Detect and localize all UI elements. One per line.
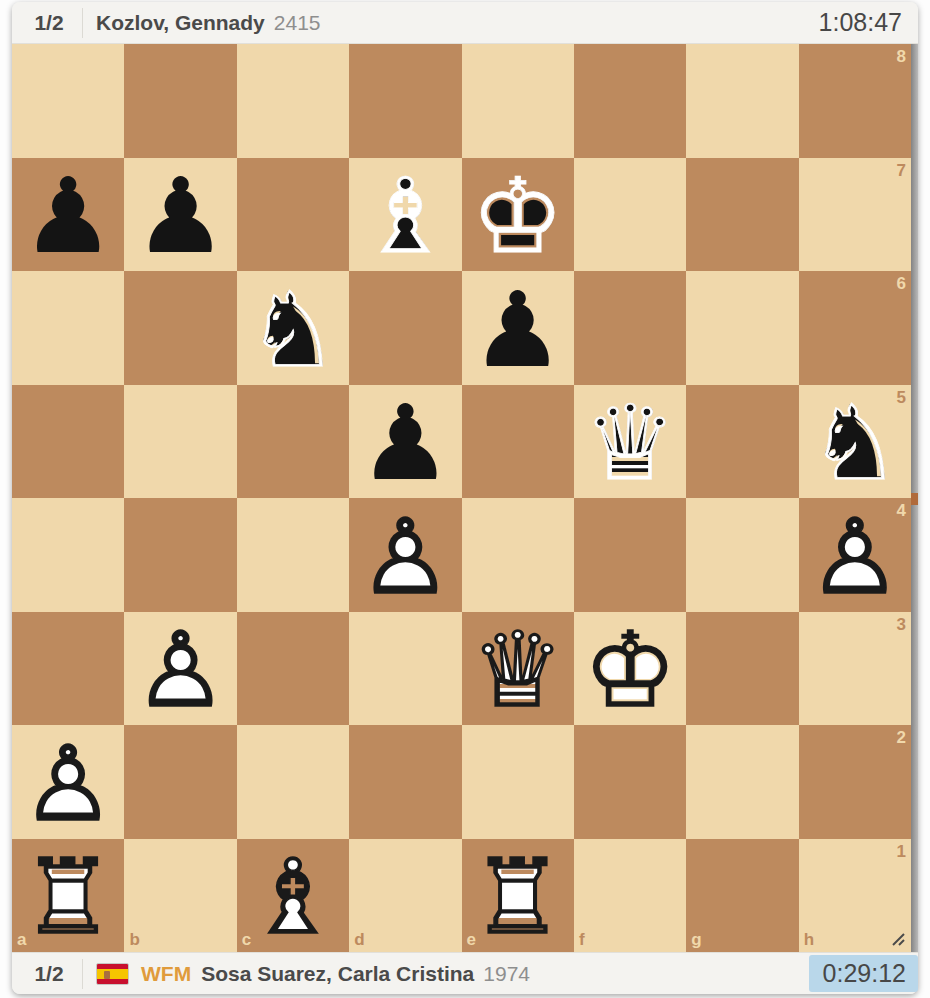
square-d3[interactable]: [349, 612, 461, 726]
square-a2[interactable]: ♟♙: [12, 725, 124, 839]
black-pawn: ♟: [462, 271, 574, 385]
file-label-b: b: [129, 931, 139, 948]
file-label-f: f: [579, 931, 585, 948]
bar-separator: [82, 8, 83, 38]
white-pawn: ♟♙: [124, 612, 236, 726]
square-h4[interactable]: 4♟♙: [799, 498, 911, 612]
black-queen: ♛♕: [574, 385, 686, 499]
square-e5[interactable]: [462, 385, 574, 499]
white-pawn: ♟♙: [349, 498, 461, 612]
square-a8[interactable]: [12, 44, 124, 158]
square-f5[interactable]: ♛♕: [574, 385, 686, 499]
square-f8[interactable]: [574, 44, 686, 158]
square-a6[interactable]: [12, 271, 124, 385]
top-player-name: Kozlov, Gennady: [96, 11, 265, 35]
scrollbar-marker-icon: [911, 493, 918, 505]
square-g1[interactable]: g: [686, 839, 798, 953]
square-d5[interactable]: ♟: [349, 385, 461, 499]
white-queen: ♛♕: [462, 612, 574, 726]
bottom-player-title: WFM: [141, 962, 191, 986]
square-e7[interactable]: ♚♔: [462, 158, 574, 272]
file-label-g: g: [691, 931, 701, 948]
square-h8[interactable]: 8: [799, 44, 911, 158]
square-f7[interactable]: [574, 158, 686, 272]
bottom-player-clock: 0:29:12: [809, 955, 918, 992]
square-b8[interactable]: [124, 44, 236, 158]
white-rook: ♜♖: [462, 839, 574, 953]
resize-handle-icon[interactable]: [890, 931, 906, 947]
square-c7[interactable]: [237, 158, 349, 272]
square-e8[interactable]: [462, 44, 574, 158]
square-h3[interactable]: 3: [799, 612, 911, 726]
square-b6[interactable]: [124, 271, 236, 385]
bar-separator: [82, 959, 83, 989]
square-h2[interactable]: 2: [799, 725, 911, 839]
square-e2[interactable]: [462, 725, 574, 839]
square-e6[interactable]: ♟: [462, 271, 574, 385]
square-b5[interactable]: [124, 385, 236, 499]
rank-label-7: 7: [897, 162, 906, 179]
square-f1[interactable]: f: [574, 839, 686, 953]
square-g5[interactable]: [686, 385, 798, 499]
black-king: ♚♔: [462, 158, 574, 272]
board-area: 8♟♟♝♗♚♔7♞♘♟6♟♛♕5♞♘♟♙4♟♙♟♙♛♕♚♔3♟♙2a♜♖bc♝♗…: [12, 44, 918, 952]
top-player-clock: 1:08:47: [811, 5, 910, 40]
bottom-player-rating: 1974: [483, 962, 530, 986]
square-c6[interactable]: ♞♘: [237, 271, 349, 385]
square-b3[interactable]: ♟♙: [124, 612, 236, 726]
black-bishop: ♝♗: [349, 158, 461, 272]
rank-label-2: 2: [897, 729, 906, 746]
square-e1[interactable]: e♜♖: [462, 839, 574, 953]
square-f3[interactable]: ♚♔: [574, 612, 686, 726]
square-d4[interactable]: ♟♙: [349, 498, 461, 612]
bottom-player-name: Sosa Suarez, Carla Cristina: [201, 962, 474, 986]
white-rook: ♜♖: [12, 839, 124, 953]
square-a4[interactable]: [12, 498, 124, 612]
square-d6[interactable]: [349, 271, 461, 385]
square-g2[interactable]: [686, 725, 798, 839]
square-a1[interactable]: a♜♖: [12, 839, 124, 953]
square-g7[interactable]: [686, 158, 798, 272]
square-d7[interactable]: ♝♗: [349, 158, 461, 272]
square-e3[interactable]: ♛♕: [462, 612, 574, 726]
square-h5[interactable]: 5♞♘: [799, 385, 911, 499]
top-player-rating: 2415: [274, 11, 321, 35]
white-bishop: ♝♗: [237, 839, 349, 953]
rank-label-3: 3: [897, 616, 906, 633]
square-c4[interactable]: [237, 498, 349, 612]
square-g3[interactable]: [686, 612, 798, 726]
square-b4[interactable]: [124, 498, 236, 612]
white-king: ♚♔: [574, 612, 686, 726]
square-a3[interactable]: [12, 612, 124, 726]
square-a7[interactable]: ♟: [12, 158, 124, 272]
square-a5[interactable]: [12, 385, 124, 499]
rank-label-6: 6: [897, 275, 906, 292]
black-pawn: ♟: [349, 385, 461, 499]
file-label-d: d: [354, 931, 364, 948]
chess-board[interactable]: 8♟♟♝♗♚♔7♞♘♟6♟♛♕5♞♘♟♙4♟♙♟♙♛♕♚♔3♟♙2a♜♖bc♝♗…: [12, 44, 911, 952]
square-d8[interactable]: [349, 44, 461, 158]
black-pawn: ♟: [12, 158, 124, 272]
top-player-bar: 1/2 Kozlov, Gennady 2415 1:08:47: [12, 2, 918, 44]
rank-label-8: 8: [897, 48, 906, 65]
bottom-player-score: 1/2: [26, 962, 72, 986]
bottom-player-bar: 1/2 WFM Sosa Suarez, Carla Cristina 1974…: [12, 952, 918, 994]
game-window: 1/2 Kozlov, Gennady 2415 1:08:47 8♟♟♝♗♚♔…: [12, 2, 918, 994]
square-d2[interactable]: [349, 725, 461, 839]
black-pawn: ♟: [124, 158, 236, 272]
square-c8[interactable]: [237, 44, 349, 158]
spain-flag-icon: [96, 963, 129, 985]
black-knight: ♞♘: [799, 385, 911, 499]
square-c1[interactable]: c♝♗: [237, 839, 349, 953]
square-f2[interactable]: [574, 725, 686, 839]
black-knight: ♞♘: [237, 271, 349, 385]
file-label-h: h: [804, 931, 814, 948]
square-b7[interactable]: ♟: [124, 158, 236, 272]
square-h7[interactable]: 7: [799, 158, 911, 272]
board-scrollbar[interactable]: [911, 44, 918, 952]
square-b2[interactable]: [124, 725, 236, 839]
rank-label-1: 1: [897, 843, 906, 860]
white-pawn: ♟♙: [12, 725, 124, 839]
square-f4[interactable]: [574, 498, 686, 612]
square-b1[interactable]: b: [124, 839, 236, 953]
square-c3[interactable]: [237, 612, 349, 726]
square-h6[interactable]: 6: [799, 271, 911, 385]
square-g8[interactable]: [686, 44, 798, 158]
square-e4[interactable]: [462, 498, 574, 612]
square-c2[interactable]: [237, 725, 349, 839]
square-d1[interactable]: d: [349, 839, 461, 953]
top-player-score: 1/2: [26, 11, 72, 35]
square-g6[interactable]: [686, 271, 798, 385]
square-g4[interactable]: [686, 498, 798, 612]
white-pawn: ♟♙: [799, 498, 911, 612]
square-f6[interactable]: [574, 271, 686, 385]
square-c5[interactable]: [237, 385, 349, 499]
